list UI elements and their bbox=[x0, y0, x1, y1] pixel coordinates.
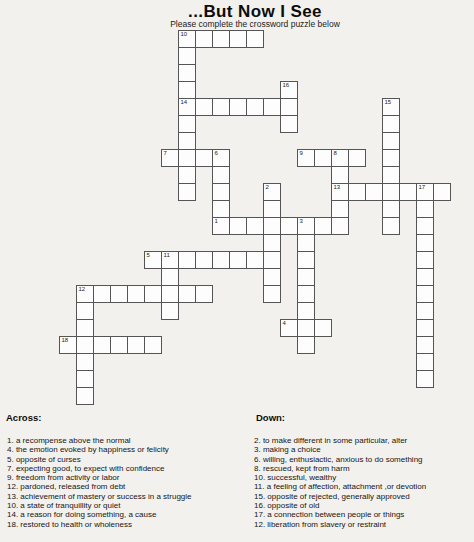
grid-cell[interactable] bbox=[229, 98, 247, 116]
grid-cell[interactable]: 17 bbox=[416, 183, 434, 201]
grid-cell[interactable] bbox=[297, 319, 315, 337]
grid-cell[interactable] bbox=[382, 200, 400, 218]
grid-cell[interactable] bbox=[246, 217, 264, 235]
grid-cell[interactable] bbox=[76, 370, 94, 388]
grid-cell[interactable] bbox=[76, 319, 94, 337]
grid-cell[interactable] bbox=[416, 200, 434, 218]
grid-cell[interactable] bbox=[127, 336, 145, 354]
grid-cell[interactable] bbox=[263, 285, 281, 303]
grid-cell[interactable] bbox=[246, 251, 264, 269]
grid-cell[interactable] bbox=[382, 183, 400, 201]
grid-cell[interactable] bbox=[178, 149, 196, 167]
grid-cell[interactable] bbox=[382, 166, 400, 184]
grid-cell[interactable]: 11 bbox=[161, 251, 179, 269]
grid-cell[interactable]: 2 bbox=[263, 183, 281, 201]
clue-number: 2 bbox=[266, 184, 269, 191]
clue-item: 9. freedom from activity or labor bbox=[7, 473, 249, 482]
crossword-worksheet: { "game": "crossword", "title": "...But … bbox=[0, 0, 474, 542]
grid-cell[interactable] bbox=[382, 115, 400, 133]
grid-cell[interactable] bbox=[399, 183, 417, 201]
grid-cell[interactable] bbox=[416, 370, 434, 388]
clue-number: 15 bbox=[385, 99, 392, 106]
grid-cell[interactable] bbox=[433, 183, 451, 201]
down-header: Down: bbox=[256, 413, 285, 422]
grid-cell[interactable] bbox=[297, 251, 315, 269]
grid-cell[interactable] bbox=[110, 336, 128, 354]
grid-cell[interactable] bbox=[195, 98, 213, 116]
clue-number: 8 bbox=[334, 150, 337, 157]
grid-cell[interactable] bbox=[178, 166, 196, 184]
grid-cell[interactable] bbox=[416, 251, 434, 269]
grid-cell[interactable] bbox=[229, 30, 247, 48]
clue-item: 4. the emotion evoked by happiness or fe… bbox=[7, 445, 249, 454]
grid-cell[interactable] bbox=[382, 217, 400, 235]
clue-item: 3. making a choice bbox=[254, 445, 472, 454]
grid-cell[interactable] bbox=[110, 285, 128, 303]
grid-cell[interactable] bbox=[212, 200, 230, 218]
grid-cell[interactable]: 3 bbox=[297, 217, 315, 235]
grid-cell[interactable]: 5 bbox=[144, 251, 162, 269]
grid-cell[interactable] bbox=[195, 30, 213, 48]
grid-cell[interactable] bbox=[331, 200, 349, 218]
grid-cell[interactable]: 10 bbox=[178, 30, 196, 48]
clue-item: 2. to make different in some particular,… bbox=[254, 436, 472, 445]
grid-cell[interactable] bbox=[416, 268, 434, 286]
grid-cell[interactable]: 1 bbox=[212, 217, 230, 235]
clue-number: 16 bbox=[283, 82, 290, 89]
grid-cell[interactable] bbox=[297, 285, 315, 303]
clue-item: 14. a reason for doing something, a caus… bbox=[7, 510, 249, 519]
grid-cell[interactable]: 15 bbox=[382, 98, 400, 116]
clue-item: 7. expecting good, to expect with confid… bbox=[7, 464, 249, 473]
grid-cell[interactable] bbox=[144, 285, 162, 303]
grid-cell[interactable] bbox=[348, 149, 366, 167]
grid-cell[interactable]: 6 bbox=[212, 149, 230, 167]
grid-cell[interactable] bbox=[246, 98, 264, 116]
grid-cell[interactable] bbox=[382, 132, 400, 150]
clue-number: 7 bbox=[164, 150, 167, 157]
page: ...But Now I See Please complete the cro… bbox=[0, 0, 474, 542]
grid-cell[interactable] bbox=[263, 200, 281, 218]
grid-cell[interactable] bbox=[263, 268, 281, 286]
grid-cell[interactable] bbox=[416, 217, 434, 235]
grid-cell[interactable] bbox=[229, 217, 247, 235]
grid-cell[interactable] bbox=[178, 183, 196, 201]
clue-item: 10. successful, wealthy bbox=[254, 473, 472, 482]
grid-cell[interactable] bbox=[93, 285, 111, 303]
grid-cell[interactable] bbox=[212, 251, 230, 269]
clue-number: 18 bbox=[62, 337, 69, 344]
clue-item: 12. liberation from slavery or restraint bbox=[254, 520, 472, 529]
clue-item: 10. a state of tranquillity or quiet bbox=[7, 501, 249, 510]
grid-cell[interactable] bbox=[178, 251, 196, 269]
grid-cell[interactable] bbox=[178, 64, 196, 82]
grid-cell[interactable] bbox=[76, 353, 94, 371]
grid-cell[interactable] bbox=[263, 98, 281, 116]
clue-number: 13 bbox=[334, 184, 341, 191]
grid-cell[interactable] bbox=[178, 47, 196, 65]
across-clue-list: 1. a recompense above the normal4. the e… bbox=[7, 436, 249, 529]
clue-number: 9 bbox=[300, 150, 303, 157]
grid-cell[interactable]: 18 bbox=[59, 336, 77, 354]
clue-item: 13. achievement of mastery or success in… bbox=[7, 492, 249, 501]
grid-cell[interactable] bbox=[76, 302, 94, 320]
clue-item: 8. rescued, kept from harm bbox=[254, 464, 472, 473]
grid-cell[interactable] bbox=[212, 166, 230, 184]
down-clue-list: 2. to make different in some particular,… bbox=[254, 436, 472, 529]
grid-cell[interactable] bbox=[127, 285, 145, 303]
clue-number: 11 bbox=[164, 252, 170, 259]
grid-cell[interactable] bbox=[246, 30, 264, 48]
grid-cell[interactable] bbox=[178, 132, 196, 150]
grid-cell[interactable] bbox=[416, 285, 434, 303]
clue-number: 14 bbox=[181, 99, 188, 106]
clue-item: 11. a feeling of affection, attachment ,… bbox=[254, 482, 472, 491]
grid-cell[interactable]: 7 bbox=[161, 149, 179, 167]
grid-cell[interactable] bbox=[314, 149, 332, 167]
grid-cell[interactable] bbox=[416, 302, 434, 320]
grid-cell[interactable]: 14 bbox=[178, 98, 196, 116]
clue-number: 17 bbox=[419, 184, 426, 191]
clue-item: 5. opposite of curses bbox=[7, 455, 249, 464]
grid-cell[interactable] bbox=[280, 217, 298, 235]
clue-item: 6. willing, enthusiactic, anxious to do … bbox=[254, 455, 472, 464]
grid-cell[interactable] bbox=[178, 81, 196, 99]
grid-cell[interactable] bbox=[280, 115, 298, 133]
grid-cell[interactable] bbox=[229, 251, 247, 269]
grid-cell[interactable] bbox=[144, 336, 162, 354]
grid-cell[interactable] bbox=[416, 353, 434, 371]
grid-cell[interactable] bbox=[280, 98, 298, 116]
clue-number: 10 bbox=[181, 31, 188, 38]
grid-cell[interactable] bbox=[297, 268, 315, 286]
grid-cell[interactable] bbox=[297, 234, 315, 252]
grid-cell[interactable] bbox=[365, 183, 383, 201]
grid-cell[interactable]: 4 bbox=[280, 319, 298, 337]
clue-number: 1 bbox=[215, 218, 218, 225]
grid-cell[interactable] bbox=[195, 149, 213, 167]
across-header: Across: bbox=[6, 413, 41, 422]
clue-item: 1. a recompense above the normal bbox=[7, 436, 249, 445]
grid-cell[interactable]: 16 bbox=[280, 81, 298, 99]
grid-cell[interactable] bbox=[314, 217, 332, 235]
grid-cell[interactable]: 8 bbox=[331, 149, 349, 167]
clue-number: 12 bbox=[79, 286, 86, 293]
grid-cell[interactable] bbox=[263, 234, 281, 252]
grid-cell[interactable] bbox=[297, 336, 315, 354]
grid-cell[interactable] bbox=[161, 268, 179, 286]
crossword-grid: 101614157698213171351112418 bbox=[59, 30, 451, 405]
grid-cell[interactable] bbox=[161, 302, 179, 320]
clue-number: 5 bbox=[147, 252, 150, 259]
clue-item: 15. opposite of rejected, generally appr… bbox=[254, 492, 472, 501]
grid-cell[interactable] bbox=[212, 183, 230, 201]
grid-cell[interactable] bbox=[416, 336, 434, 354]
grid-cell[interactable] bbox=[263, 251, 281, 269]
grid-cell[interactable] bbox=[382, 149, 400, 167]
clue-item: 17. a connection between people or thing… bbox=[254, 510, 472, 519]
grid-cell[interactable] bbox=[76, 387, 94, 405]
puzzle-subtitle: Please complete the crossword puzzle bel… bbox=[36, 19, 474, 29]
grid-cell[interactable] bbox=[212, 98, 230, 116]
clue-item: 12. pardoned, released from debt bbox=[7, 482, 249, 491]
grid-cell[interactable] bbox=[348, 183, 366, 201]
clue-item: 18. restored to health or wholeness bbox=[7, 520, 249, 529]
grid-cell[interactable] bbox=[416, 234, 434, 252]
grid-cell[interactable]: 13 bbox=[331, 183, 349, 201]
grid-cell[interactable] bbox=[195, 251, 213, 269]
clue-item: 16. opposite of old bbox=[254, 501, 472, 510]
grid-cell[interactable] bbox=[331, 166, 349, 184]
grid-cell[interactable] bbox=[331, 217, 349, 235]
grid-cell[interactable] bbox=[195, 285, 213, 303]
grid-cell[interactable] bbox=[212, 30, 230, 48]
grid-cell[interactable] bbox=[314, 319, 332, 337]
grid-cell[interactable] bbox=[161, 285, 179, 303]
grid-cell[interactable] bbox=[416, 319, 434, 337]
grid-cell[interactable]: 12 bbox=[76, 285, 94, 303]
grid-cell[interactable] bbox=[178, 115, 196, 133]
grid-cell[interactable] bbox=[76, 336, 94, 354]
grid-cell[interactable] bbox=[93, 336, 111, 354]
grid-cell[interactable] bbox=[178, 285, 196, 303]
clue-number: 3 bbox=[300, 218, 303, 225]
grid-cell[interactable]: 9 bbox=[297, 149, 315, 167]
clue-number: 6 bbox=[215, 150, 218, 157]
clue-number: 4 bbox=[283, 320, 286, 327]
grid-cell[interactable] bbox=[297, 302, 315, 320]
grid-cell[interactable] bbox=[263, 217, 281, 235]
